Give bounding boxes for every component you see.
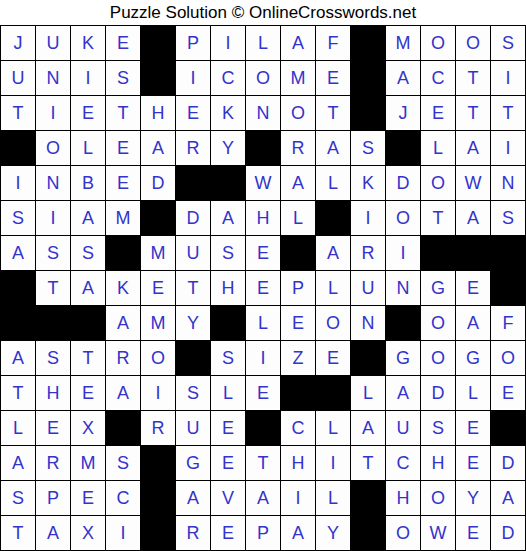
letter-cell: M (141, 306, 176, 341)
letter-cell: O (36, 131, 71, 166)
letter-cell: A (316, 236, 351, 271)
block-cell (1, 271, 36, 306)
block-cell (1, 306, 36, 341)
letter-cell: O (421, 26, 456, 61)
letter-cell: C (421, 61, 456, 96)
letter-cell: M (106, 201, 141, 236)
letter-cell: O (316, 306, 351, 341)
letter-cell: Y (211, 131, 246, 166)
letter-cell: T (421, 201, 456, 236)
letter-cell: L (71, 131, 106, 166)
letter-cell: L (211, 376, 246, 411)
letter-cell: O (421, 166, 456, 201)
letter-cell: U (176, 411, 211, 446)
letter-cell: T (456, 61, 491, 96)
letter-cell: T (351, 446, 386, 481)
letter-cell: E (141, 271, 176, 306)
letter-cell: D (421, 376, 456, 411)
letter-cell: T (246, 446, 281, 481)
letter-cell: E (211, 516, 246, 551)
block-cell (316, 201, 351, 236)
letter-cell: I (351, 201, 386, 236)
letter-cell: D (491, 446, 526, 481)
letter-cell: A (281, 166, 316, 201)
letter-cell: J (1, 26, 36, 61)
letter-cell: W (421, 516, 456, 551)
letter-cell: O (421, 481, 456, 516)
letter-cell: T (1, 96, 36, 131)
letter-cell: O (421, 341, 456, 376)
letter-cell: A (141, 131, 176, 166)
block-cell (316, 376, 351, 411)
block-cell (141, 61, 176, 96)
letter-cell: M (141, 236, 176, 271)
letter-cell: L (316, 166, 351, 201)
letter-cell: G (386, 341, 421, 376)
block-cell (141, 26, 176, 61)
letter-cell: E (106, 131, 141, 166)
letter-cell: H (141, 96, 176, 131)
letter-cell: W (246, 166, 281, 201)
letter-cell: K (106, 271, 141, 306)
letter-cell: E (456, 446, 491, 481)
letter-cell: N (246, 96, 281, 131)
letter-cell: P (36, 481, 71, 516)
letter-cell: M (386, 26, 421, 61)
block-cell (141, 481, 176, 516)
letter-cell: H (386, 481, 421, 516)
block-cell (351, 481, 386, 516)
block-cell (211, 306, 246, 341)
letter-cell: I (141, 376, 176, 411)
letter-cell: T (456, 96, 491, 131)
letter-cell: A (246, 481, 281, 516)
letter-cell: S (36, 236, 71, 271)
letter-cell: L (351, 376, 386, 411)
letter-cell: I (36, 201, 71, 236)
letter-cell: E (36, 411, 71, 446)
letter-cell: A (491, 481, 526, 516)
letter-cell: I (71, 61, 106, 96)
block-cell (36, 306, 71, 341)
letter-cell: L (281, 201, 316, 236)
letter-cell: N (491, 166, 526, 201)
letter-cell: E (71, 96, 106, 131)
letter-cell: U (36, 26, 71, 61)
letter-cell: I (316, 446, 351, 481)
letter-cell: O (386, 516, 421, 551)
letter-cell: I (246, 341, 281, 376)
block-cell (281, 376, 316, 411)
letter-cell: E (491, 376, 526, 411)
letter-cell: A (456, 306, 491, 341)
letter-cell: K (211, 96, 246, 131)
letter-cell: A (36, 516, 71, 551)
block-cell (106, 411, 141, 446)
letter-cell: A (106, 306, 141, 341)
letter-cell: N (386, 271, 421, 306)
letter-cell: J (386, 96, 421, 131)
block-cell (386, 131, 421, 166)
letter-cell: O (491, 341, 526, 376)
block-cell (141, 516, 176, 551)
letter-cell: D (141, 166, 176, 201)
block-cell (281, 236, 316, 271)
letter-cell: A (1, 236, 36, 271)
letter-cell: I (1, 166, 36, 201)
letter-cell: A (176, 481, 211, 516)
letter-cell: T (176, 271, 211, 306)
letter-cell: C (386, 446, 421, 481)
letter-cell: A (456, 201, 491, 236)
letter-cell: T (1, 516, 36, 551)
letter-cell: P (281, 271, 316, 306)
letter-cell: E (421, 96, 456, 131)
block-cell (491, 271, 526, 306)
letter-cell: I (281, 481, 316, 516)
letter-cell: A (456, 131, 491, 166)
letter-cell: E (71, 376, 106, 411)
letter-cell: I (491, 131, 526, 166)
letter-cell: A (1, 446, 36, 481)
block-cell (106, 236, 141, 271)
letter-cell: E (71, 481, 106, 516)
letter-cell: N (36, 166, 71, 201)
block-cell (386, 306, 421, 341)
letter-cell: H (246, 201, 281, 236)
block-cell (176, 341, 211, 376)
letter-cell: G (421, 271, 456, 306)
block-cell (1, 131, 36, 166)
letter-cell: P (246, 516, 281, 551)
letter-cell: M (71, 446, 106, 481)
letter-cell: H (36, 376, 71, 411)
letter-cell: G (176, 446, 211, 481)
letter-cell: E (246, 271, 281, 306)
letter-cell: I (106, 516, 141, 551)
letter-cell: E (246, 376, 281, 411)
letter-cell: C (281, 411, 316, 446)
letter-cell: S (211, 236, 246, 271)
letter-cell: R (141, 411, 176, 446)
letter-cell: T (1, 376, 36, 411)
letter-cell: S (176, 376, 211, 411)
letter-cell: S (491, 201, 526, 236)
letter-cell: U (386, 411, 421, 446)
letter-cell: L (316, 481, 351, 516)
letter-cell: E (281, 306, 316, 341)
letter-cell: D (176, 201, 211, 236)
letter-cell: I (36, 96, 71, 131)
block-cell (491, 411, 526, 446)
block-cell (351, 341, 386, 376)
letter-cell: Y (456, 481, 491, 516)
letter-cell: A (71, 201, 106, 236)
letter-cell: T (71, 341, 106, 376)
letter-cell: A (386, 61, 421, 96)
letter-cell: L (456, 376, 491, 411)
block-cell (246, 411, 281, 446)
letter-cell: E (176, 96, 211, 131)
letter-cell: V (211, 481, 246, 516)
letter-cell: E (211, 446, 246, 481)
letter-cell: E (456, 271, 491, 306)
letter-cell: O (386, 201, 421, 236)
letter-cell: S (71, 236, 106, 271)
letter-cell: D (491, 516, 526, 551)
letter-cell: D (386, 166, 421, 201)
letter-cell: N (36, 61, 71, 96)
letter-cell: L (316, 411, 351, 446)
letter-cell: E (316, 341, 351, 376)
letter-cell: O (421, 306, 456, 341)
letter-cell: O (246, 61, 281, 96)
letter-cell: E (316, 61, 351, 96)
block-cell (491, 236, 526, 271)
letter-cell: N (351, 306, 386, 341)
letter-cell: A (281, 26, 316, 61)
letter-cell: L (316, 271, 351, 306)
letter-cell: R (281, 131, 316, 166)
letter-cell: T (491, 96, 526, 131)
letter-cell: U (351, 271, 386, 306)
letter-cell: S (106, 446, 141, 481)
letter-cell: R (176, 516, 211, 551)
letter-cell: K (71, 26, 106, 61)
letter-cell: T (316, 96, 351, 131)
letter-cell: F (491, 306, 526, 341)
letter-cell: U (176, 236, 211, 271)
letter-cell: L (421, 131, 456, 166)
letter-cell: S (491, 26, 526, 61)
letter-cell: Y (316, 516, 351, 551)
letter-cell: Y (176, 306, 211, 341)
block-cell (141, 446, 176, 481)
letter-cell: M (281, 61, 316, 96)
letter-cell: I (176, 61, 211, 96)
letter-cell: A (351, 411, 386, 446)
block-cell (211, 166, 246, 201)
block-cell (351, 61, 386, 96)
letter-cell: E (246, 236, 281, 271)
letter-cell: A (211, 201, 246, 236)
letter-cell: L (246, 26, 281, 61)
letter-cell: L (1, 411, 36, 446)
letter-cell: I (386, 236, 421, 271)
letter-cell: E (211, 411, 246, 446)
block-cell (351, 96, 386, 131)
block-cell (176, 166, 211, 201)
letter-cell: A (316, 131, 351, 166)
letter-cell: R (106, 341, 141, 376)
letter-cell: S (421, 411, 456, 446)
letter-cell: X (71, 516, 106, 551)
letter-cell: F (316, 26, 351, 61)
letter-cell: O (281, 96, 316, 131)
letter-cell: S (1, 481, 36, 516)
letter-cell: I (211, 26, 246, 61)
crossword-solution-page: Puzzle Solution © OnlineCrosswords.net J… (0, 0, 526, 551)
letter-cell: S (106, 61, 141, 96)
letter-cell: U (1, 61, 36, 96)
letter-cell: A (71, 271, 106, 306)
letter-cell: E (456, 411, 491, 446)
letter-cell: H (281, 446, 316, 481)
letter-cell: W (456, 166, 491, 201)
letter-cell: P (176, 26, 211, 61)
letter-cell: G (456, 341, 491, 376)
letter-cell: O (141, 341, 176, 376)
letter-cell: L (246, 306, 281, 341)
letter-cell: A (106, 376, 141, 411)
letter-cell: B (71, 166, 106, 201)
letter-cell: H (211, 271, 246, 306)
letter-cell: C (211, 61, 246, 96)
letter-cell: E (106, 26, 141, 61)
letter-cell: X (71, 411, 106, 446)
letter-cell: R (176, 131, 211, 166)
letter-cell: Z (281, 341, 316, 376)
page-title: Puzzle Solution © OnlineCrosswords.net (0, 0, 526, 25)
letter-cell: K (351, 166, 386, 201)
letter-cell: T (36, 271, 71, 306)
block-cell (71, 306, 106, 341)
letter-cell: S (351, 131, 386, 166)
letter-cell: A (1, 341, 36, 376)
letter-cell: I (491, 61, 526, 96)
letter-cell: S (1, 201, 36, 236)
letter-cell: A (386, 376, 421, 411)
letter-cell: S (36, 341, 71, 376)
letter-cell: E (456, 516, 491, 551)
letter-cell: E (106, 166, 141, 201)
block-cell (421, 236, 456, 271)
block-cell (141, 201, 176, 236)
block-cell (456, 236, 491, 271)
block-cell (351, 26, 386, 61)
letter-cell: H (421, 446, 456, 481)
letter-cell: O (456, 26, 491, 61)
letter-cell: R (36, 446, 71, 481)
block-cell (246, 131, 281, 166)
letter-cell: S (211, 341, 246, 376)
letter-cell: T (106, 96, 141, 131)
letter-cell: R (351, 236, 386, 271)
letter-cell: A (281, 516, 316, 551)
block-cell (351, 516, 386, 551)
crossword-grid: JUKEPILAFMOOSUNISICOMEACTITIETHEKNOTJETT… (0, 25, 526, 551)
letter-cell: C (106, 481, 141, 516)
